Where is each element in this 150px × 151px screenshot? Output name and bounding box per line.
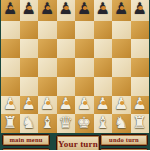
square-a3[interactable] [1, 77, 20, 96]
undo-turn-button[interactable]: undo turn [100, 134, 148, 146]
square-d5[interactable] [57, 39, 76, 58]
piece-white-pawn[interactable]: ♟ [133, 96, 147, 112]
partial-button-right[interactable] [100, 148, 148, 151]
square-a5[interactable] [1, 39, 20, 58]
square-g3[interactable] [112, 77, 131, 96]
square-h6[interactable] [131, 21, 150, 40]
square-h4[interactable] [131, 58, 150, 77]
square-e1[interactable]: ♚ [75, 114, 94, 133]
square-a6[interactable] [1, 21, 20, 40]
square-f6[interactable] [94, 21, 113, 40]
turn-status-banner: Your turn [56, 135, 100, 151]
piece-black-pawn[interactable]: ♟ [59, 1, 73, 17]
square-f5[interactable] [94, 39, 113, 58]
square-c6[interactable] [38, 21, 57, 40]
piece-black-pawn[interactable]: ♟ [22, 1, 36, 17]
piece-black-pawn[interactable]: ♟ [96, 1, 110, 17]
square-g5[interactable] [112, 39, 131, 58]
square-d3[interactable] [57, 77, 76, 96]
square-a7[interactable]: ♟ [1, 0, 20, 21]
square-f1[interactable]: ♝ [94, 114, 113, 133]
piece-white-queen[interactable]: ♛ [59, 115, 73, 131]
square-f3[interactable] [94, 77, 113, 96]
square-d4[interactable] [57, 58, 76, 77]
piece-white-knight[interactable]: ♞ [114, 115, 128, 131]
square-f2[interactable]: ♟ [94, 96, 113, 115]
square-g2[interactable]: ♟ [112, 96, 131, 115]
chess-board: ♟♟♟♟♟♟♟♟♟♟♟♟♟♟♟♟♜♞♝♛♚♝♞♜ [1, 0, 149, 133]
square-a1[interactable]: ♜ [1, 114, 20, 133]
piece-white-pawn[interactable]: ♟ [77, 96, 91, 112]
piece-white-pawn[interactable]: ♟ [40, 96, 54, 112]
app-screen: ♟♟♟♟♟♟♟♟♟♟♟♟♟♟♟♟♜♞♝♛♚♝♞♜ main menu Your … [0, 0, 150, 150]
partial-button-left[interactable] [2, 148, 50, 151]
square-c1[interactable]: ♝ [38, 114, 57, 133]
square-f4[interactable] [94, 58, 113, 77]
square-e3[interactable] [75, 77, 94, 96]
square-h3[interactable] [131, 77, 150, 96]
square-e2[interactable]: ♟ [75, 96, 94, 115]
piece-white-pawn[interactable]: ♟ [114, 96, 128, 112]
square-h5[interactable] [131, 39, 150, 58]
square-d7[interactable]: ♟ [57, 0, 76, 21]
piece-black-pawn[interactable]: ♟ [114, 1, 128, 17]
piece-white-pawn[interactable]: ♟ [96, 96, 110, 112]
square-h7[interactable]: ♟ [131, 0, 150, 21]
square-g6[interactable] [112, 21, 131, 40]
square-g4[interactable] [112, 58, 131, 77]
square-b2[interactable]: ♟ [20, 96, 39, 115]
square-c7[interactable]: ♟ [38, 0, 57, 21]
square-h1[interactable]: ♜ [131, 114, 150, 133]
square-b1[interactable]: ♞ [20, 114, 39, 133]
square-d1[interactable]: ♛ [57, 114, 76, 133]
piece-black-pawn[interactable]: ♟ [40, 1, 54, 17]
piece-white-rook[interactable]: ♜ [133, 115, 147, 131]
square-b6[interactable] [20, 21, 39, 40]
square-c2[interactable]: ♟ [38, 96, 57, 115]
square-f7[interactable]: ♟ [94, 0, 113, 21]
square-b5[interactable] [20, 39, 39, 58]
main-menu-button[interactable]: main menu [2, 134, 50, 146]
piece-black-pawn[interactable]: ♟ [77, 1, 91, 17]
piece-white-pawn[interactable]: ♟ [3, 96, 17, 112]
square-b3[interactable] [20, 77, 39, 96]
piece-white-bishop[interactable]: ♝ [96, 115, 110, 131]
square-c4[interactable] [38, 58, 57, 77]
square-a2[interactable]: ♟ [1, 96, 20, 115]
square-b4[interactable] [20, 58, 39, 77]
square-g1[interactable]: ♞ [112, 114, 131, 133]
square-e5[interactable] [75, 39, 94, 58]
square-e6[interactable] [75, 21, 94, 40]
square-g7[interactable]: ♟ [112, 0, 131, 21]
piece-white-king[interactable]: ♚ [77, 115, 91, 131]
piece-white-pawn[interactable]: ♟ [22, 96, 36, 112]
square-e4[interactable] [75, 58, 94, 77]
square-h2[interactable]: ♟ [131, 96, 150, 115]
square-b7[interactable]: ♟ [20, 0, 39, 21]
piece-white-rook[interactable]: ♜ [3, 115, 17, 131]
piece-white-knight[interactable]: ♞ [22, 115, 36, 131]
piece-white-bishop[interactable]: ♝ [40, 115, 54, 131]
square-d6[interactable] [57, 21, 76, 40]
square-e7[interactable]: ♟ [75, 0, 94, 21]
piece-black-pawn[interactable]: ♟ [133, 1, 147, 17]
piece-black-pawn[interactable]: ♟ [3, 1, 17, 17]
square-d2[interactable]: ♟ [57, 96, 76, 115]
square-a4[interactable] [1, 58, 20, 77]
square-c5[interactable] [38, 39, 57, 58]
piece-white-pawn[interactable]: ♟ [59, 96, 73, 112]
square-c3[interactable] [38, 77, 57, 96]
bottom-hud: main menu Your turn undo turn [0, 133, 150, 150]
